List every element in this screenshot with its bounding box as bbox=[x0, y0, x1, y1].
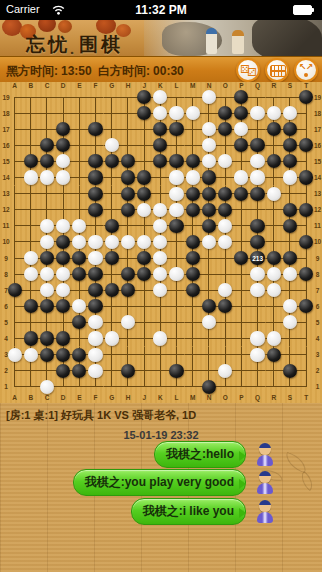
board-cell-N19[interactable] bbox=[201, 89, 217, 105]
board-cell-A16[interactable] bbox=[7, 137, 23, 153]
board-cell-E11[interactable] bbox=[71, 218, 87, 234]
board-cell-P10[interactable] bbox=[233, 234, 249, 250]
board-cell-S17[interactable] bbox=[282, 121, 298, 137]
board-cell-C9[interactable] bbox=[39, 250, 55, 266]
board-cell-O8[interactable] bbox=[217, 266, 233, 282]
board-cell-R19[interactable] bbox=[266, 89, 282, 105]
board-cell-H19[interactable] bbox=[120, 89, 136, 105]
board-cell-M9[interactable] bbox=[185, 250, 201, 266]
board-cell-G2[interactable] bbox=[104, 363, 120, 379]
board-cell-D4[interactable] bbox=[55, 330, 71, 346]
board-cell-P6[interactable] bbox=[233, 298, 249, 314]
board-cell-E3[interactable] bbox=[71, 347, 87, 363]
board-cell-T1[interactable] bbox=[298, 379, 314, 395]
board-cell-K16[interactable] bbox=[152, 137, 168, 153]
board-cell-Q17[interactable] bbox=[249, 121, 265, 137]
board-cell-G11[interactable] bbox=[104, 218, 120, 234]
board-cell-S13[interactable] bbox=[282, 186, 298, 202]
board-cell-H18[interactable] bbox=[120, 105, 136, 121]
board-cell-F14[interactable] bbox=[87, 169, 103, 185]
board-cell-L15[interactable] bbox=[168, 153, 184, 169]
board-cell-Q4[interactable] bbox=[249, 330, 265, 346]
board-cell-N9[interactable] bbox=[201, 250, 217, 266]
board-cell-A1[interactable] bbox=[7, 379, 23, 395]
board-cell-B9[interactable] bbox=[23, 250, 39, 266]
board-cell-D19[interactable] bbox=[55, 89, 71, 105]
board-cell-M7[interactable] bbox=[185, 282, 201, 298]
board-cell-S6[interactable] bbox=[282, 298, 298, 314]
board-cell-R13[interactable] bbox=[266, 186, 282, 202]
board-cell-B13[interactable] bbox=[23, 186, 39, 202]
board-cell-Q7[interactable] bbox=[249, 282, 265, 298]
board-cell-C11[interactable] bbox=[39, 218, 55, 234]
board-cell-H10[interactable] bbox=[120, 234, 136, 250]
board-cell-L9[interactable] bbox=[168, 250, 184, 266]
board-cell-J19[interactable] bbox=[136, 89, 152, 105]
board-cell-T12[interactable] bbox=[298, 202, 314, 218]
board-cell-N17[interactable] bbox=[201, 121, 217, 137]
board-cell-E18[interactable] bbox=[71, 105, 87, 121]
board-cell-E17[interactable] bbox=[71, 121, 87, 137]
board-cell-F6[interactable] bbox=[87, 298, 103, 314]
dice-button[interactable]: ⚄ ⚂ bbox=[236, 58, 260, 82]
board-cell-T8[interactable] bbox=[298, 266, 314, 282]
board-cell-H12[interactable] bbox=[120, 202, 136, 218]
board-cell-G12[interactable] bbox=[104, 202, 120, 218]
board-cell-J7[interactable] bbox=[136, 282, 152, 298]
board-cell-O16[interactable] bbox=[217, 137, 233, 153]
board-cell-M6[interactable] bbox=[185, 298, 201, 314]
board-cell-K19[interactable] bbox=[152, 89, 168, 105]
board-cell-T2[interactable] bbox=[298, 363, 314, 379]
board-cell-E19[interactable] bbox=[71, 89, 87, 105]
board-cell-O10[interactable] bbox=[217, 234, 233, 250]
board-cell-O2[interactable] bbox=[217, 363, 233, 379]
board-cell-L16[interactable] bbox=[168, 137, 184, 153]
board-cell-N7[interactable] bbox=[201, 282, 217, 298]
board-cell-A6[interactable] bbox=[7, 298, 23, 314]
board-cell-B16[interactable] bbox=[23, 137, 39, 153]
board-cell-E2[interactable] bbox=[71, 363, 87, 379]
board-cell-N10[interactable] bbox=[201, 234, 217, 250]
board-cell-N2[interactable] bbox=[201, 363, 217, 379]
board-cell-B7[interactable] bbox=[23, 282, 39, 298]
board-cell-L4[interactable] bbox=[168, 330, 184, 346]
board-cell-G3[interactable] bbox=[104, 347, 120, 363]
board-cell-D1[interactable] bbox=[55, 379, 71, 395]
board-cell-R2[interactable] bbox=[266, 363, 282, 379]
board-cell-J1[interactable] bbox=[136, 379, 152, 395]
board-cell-B17[interactable] bbox=[23, 121, 39, 137]
board-cell-T3[interactable] bbox=[298, 347, 314, 363]
board-cell-R4[interactable] bbox=[266, 330, 282, 346]
board-cell-S1[interactable] bbox=[282, 379, 298, 395]
board-cell-S14[interactable] bbox=[282, 169, 298, 185]
board-cell-A11[interactable] bbox=[7, 218, 23, 234]
board-cell-S8[interactable] bbox=[282, 266, 298, 282]
board-cell-O1[interactable] bbox=[217, 379, 233, 395]
board-cell-T17[interactable] bbox=[298, 121, 314, 137]
board-cell-E14[interactable] bbox=[71, 169, 87, 185]
board-cell-S9[interactable] bbox=[282, 250, 298, 266]
board-cell-N11[interactable] bbox=[201, 218, 217, 234]
board-cell-G4[interactable] bbox=[104, 330, 120, 346]
board-cell-N1[interactable] bbox=[201, 379, 217, 395]
board-cell-P14[interactable] bbox=[233, 169, 249, 185]
board-cell-B1[interactable] bbox=[23, 379, 39, 395]
board-cell-C13[interactable] bbox=[39, 186, 55, 202]
board-cell-C19[interactable] bbox=[39, 89, 55, 105]
split-arrows-button[interactable]: ↖ ↗ bbox=[294, 58, 318, 82]
board-cell-N15[interactable] bbox=[201, 153, 217, 169]
board-cell-L14[interactable] bbox=[168, 169, 184, 185]
board-cell-R3[interactable] bbox=[266, 347, 282, 363]
board-cell-P4[interactable] bbox=[233, 330, 249, 346]
board-cell-O4[interactable] bbox=[217, 330, 233, 346]
board-cell-M8[interactable] bbox=[185, 266, 201, 282]
board-cell-F8[interactable] bbox=[87, 266, 103, 282]
board-cell-M13[interactable] bbox=[185, 186, 201, 202]
board-cell-H8[interactable] bbox=[120, 266, 136, 282]
board-cell-B6[interactable] bbox=[23, 298, 39, 314]
board-cell-O6[interactable] bbox=[217, 298, 233, 314]
board-cell-R6[interactable] bbox=[266, 298, 282, 314]
board-cell-A18[interactable] bbox=[7, 105, 23, 121]
board-cell-Q9[interactable]: 213 bbox=[249, 250, 265, 266]
board-cell-Q11[interactable] bbox=[249, 218, 265, 234]
board-cell-A8[interactable] bbox=[7, 266, 23, 282]
board-cell-F11[interactable] bbox=[87, 218, 103, 234]
board-cell-C14[interactable] bbox=[39, 169, 55, 185]
board-cell-E4[interactable] bbox=[71, 330, 87, 346]
board-cell-O12[interactable] bbox=[217, 202, 233, 218]
board-cell-J18[interactable] bbox=[136, 105, 152, 121]
board-cell-R1[interactable] bbox=[266, 379, 282, 395]
board-cell-L11[interactable] bbox=[168, 218, 184, 234]
board-cell-D11[interactable] bbox=[55, 218, 71, 234]
board-cell-K5[interactable] bbox=[152, 314, 168, 330]
board-cell-Q2[interactable] bbox=[249, 363, 265, 379]
board-cell-F9[interactable] bbox=[87, 250, 103, 266]
board-cell-G8[interactable] bbox=[104, 266, 120, 282]
board-cell-E15[interactable] bbox=[71, 153, 87, 169]
board-cell-O9[interactable] bbox=[217, 250, 233, 266]
board-cell-K8[interactable] bbox=[152, 266, 168, 282]
board-cell-J13[interactable] bbox=[136, 186, 152, 202]
board-cell-H7[interactable] bbox=[120, 282, 136, 298]
board-cell-D9[interactable] bbox=[55, 250, 71, 266]
board-cell-R9[interactable] bbox=[266, 250, 282, 266]
board-cell-F3[interactable] bbox=[87, 347, 103, 363]
board-cell-G19[interactable] bbox=[104, 89, 120, 105]
board-cell-K2[interactable] bbox=[152, 363, 168, 379]
board-cell-N12[interactable] bbox=[201, 202, 217, 218]
board-cell-T19[interactable] bbox=[298, 89, 314, 105]
board-cell-J14[interactable] bbox=[136, 169, 152, 185]
board-cell-O7[interactable] bbox=[217, 282, 233, 298]
board-cell-P16[interactable] bbox=[233, 137, 249, 153]
board-cell-F15[interactable] bbox=[87, 153, 103, 169]
board-cell-K10[interactable] bbox=[152, 234, 168, 250]
board-cell-N5[interactable] bbox=[201, 314, 217, 330]
board-cell-G14[interactable] bbox=[104, 169, 120, 185]
board-cell-S3[interactable] bbox=[282, 347, 298, 363]
board-cell-L8[interactable] bbox=[168, 266, 184, 282]
board-cell-S15[interactable] bbox=[282, 153, 298, 169]
board-cell-K12[interactable] bbox=[152, 202, 168, 218]
board-cell-T5[interactable] bbox=[298, 314, 314, 330]
board-cell-C5[interactable] bbox=[39, 314, 55, 330]
board-cell-S12[interactable] bbox=[282, 202, 298, 218]
board-cell-R14[interactable] bbox=[266, 169, 282, 185]
board-cell-H3[interactable] bbox=[120, 347, 136, 363]
board-cell-K9[interactable] bbox=[152, 250, 168, 266]
board-cell-M19[interactable] bbox=[185, 89, 201, 105]
board-cell-O14[interactable] bbox=[217, 169, 233, 185]
board-cell-F17[interactable] bbox=[87, 121, 103, 137]
board-cell-P3[interactable] bbox=[233, 347, 249, 363]
board-cell-O11[interactable] bbox=[217, 218, 233, 234]
board-cell-B2[interactable] bbox=[23, 363, 39, 379]
board-cell-C6[interactable] bbox=[39, 298, 55, 314]
board-cell-E16[interactable] bbox=[71, 137, 87, 153]
board-cell-E1[interactable] bbox=[71, 379, 87, 395]
board-cell-R7[interactable] bbox=[266, 282, 282, 298]
board-cell-A14[interactable] bbox=[7, 169, 23, 185]
board-cell-P8[interactable] bbox=[233, 266, 249, 282]
board-cell-A2[interactable] bbox=[7, 363, 23, 379]
board-cell-P18[interactable] bbox=[233, 105, 249, 121]
board-cell-L18[interactable] bbox=[168, 105, 184, 121]
board-cell-D14[interactable] bbox=[55, 169, 71, 185]
board-cell-L3[interactable] bbox=[168, 347, 184, 363]
board-cell-C12[interactable] bbox=[39, 202, 55, 218]
board-cell-K6[interactable] bbox=[152, 298, 168, 314]
board-cell-M18[interactable] bbox=[185, 105, 201, 121]
board-cell-B10[interactable] bbox=[23, 234, 39, 250]
board-cell-F7[interactable] bbox=[87, 282, 103, 298]
board-cell-D2[interactable] bbox=[55, 363, 71, 379]
board-cell-M4[interactable] bbox=[185, 330, 201, 346]
board-cell-D17[interactable] bbox=[55, 121, 71, 137]
board-cell-R17[interactable] bbox=[266, 121, 282, 137]
board-cell-C8[interactable] bbox=[39, 266, 55, 282]
board-cell-F5[interactable] bbox=[87, 314, 103, 330]
board-cell-H16[interactable] bbox=[120, 137, 136, 153]
board-cell-Q19[interactable] bbox=[249, 89, 265, 105]
board-cell-L19[interactable] bbox=[168, 89, 184, 105]
board-cell-F1[interactable] bbox=[87, 379, 103, 395]
board-cell-H13[interactable] bbox=[120, 186, 136, 202]
board-cell-T18[interactable] bbox=[298, 105, 314, 121]
board-cell-J4[interactable] bbox=[136, 330, 152, 346]
board-cell-J10[interactable] bbox=[136, 234, 152, 250]
board-cell-Q14[interactable] bbox=[249, 169, 265, 185]
board-cell-C1[interactable] bbox=[39, 379, 55, 395]
board-cell-S11[interactable] bbox=[282, 218, 298, 234]
board-cell-M12[interactable] bbox=[185, 202, 201, 218]
board-cell-R12[interactable] bbox=[266, 202, 282, 218]
board-cell-T6[interactable] bbox=[298, 298, 314, 314]
board-cell-D10[interactable] bbox=[55, 234, 71, 250]
board-cell-O13[interactable] bbox=[217, 186, 233, 202]
board-cell-L10[interactable] bbox=[168, 234, 184, 250]
board-cell-H1[interactable] bbox=[120, 379, 136, 395]
board-cell-P2[interactable] bbox=[233, 363, 249, 379]
board-cell-L5[interactable] bbox=[168, 314, 184, 330]
board-cell-D15[interactable] bbox=[55, 153, 71, 169]
board-cell-C17[interactable] bbox=[39, 121, 55, 137]
board-cell-H15[interactable] bbox=[120, 153, 136, 169]
board-cell-H9[interactable] bbox=[120, 250, 136, 266]
board-cell-R11[interactable] bbox=[266, 218, 282, 234]
board-cell-B12[interactable] bbox=[23, 202, 39, 218]
board-cell-T14[interactable] bbox=[298, 169, 314, 185]
board-cell-M3[interactable] bbox=[185, 347, 201, 363]
board-cell-G18[interactable] bbox=[104, 105, 120, 121]
board-cell-J5[interactable] bbox=[136, 314, 152, 330]
board-cell-J6[interactable] bbox=[136, 298, 152, 314]
board-cell-A3[interactable] bbox=[7, 347, 23, 363]
board-cell-K11[interactable] bbox=[152, 218, 168, 234]
board-cell-G16[interactable] bbox=[104, 137, 120, 153]
board-cell-N14[interactable] bbox=[201, 169, 217, 185]
board-cell-B8[interactable] bbox=[23, 266, 39, 282]
board-cell-E12[interactable] bbox=[71, 202, 87, 218]
board-cell-D12[interactable] bbox=[55, 202, 71, 218]
board-cell-J16[interactable] bbox=[136, 137, 152, 153]
board-cell-L7[interactable] bbox=[168, 282, 184, 298]
board-cell-J15[interactable] bbox=[136, 153, 152, 169]
board-cell-G10[interactable] bbox=[104, 234, 120, 250]
board-cell-O5[interactable] bbox=[217, 314, 233, 330]
board-cell-K1[interactable] bbox=[152, 379, 168, 395]
board-cell-B19[interactable] bbox=[23, 89, 39, 105]
board-cell-S4[interactable] bbox=[282, 330, 298, 346]
board-cell-P17[interactable] bbox=[233, 121, 249, 137]
board-cell-C2[interactable] bbox=[39, 363, 55, 379]
board-cell-F2[interactable] bbox=[87, 363, 103, 379]
board-cell-J17[interactable] bbox=[136, 121, 152, 137]
board-cell-D6[interactable] bbox=[55, 298, 71, 314]
board-cell-K18[interactable] bbox=[152, 105, 168, 121]
board-cell-Q15[interactable] bbox=[249, 153, 265, 169]
board-cell-J2[interactable] bbox=[136, 363, 152, 379]
board-cell-S18[interactable] bbox=[282, 105, 298, 121]
board-cell-Q1[interactable] bbox=[249, 379, 265, 395]
board-cell-B3[interactable] bbox=[23, 347, 39, 363]
board-cell-Q12[interactable] bbox=[249, 202, 265, 218]
board-cell-A10[interactable] bbox=[7, 234, 23, 250]
board-cell-S19[interactable] bbox=[282, 89, 298, 105]
board-cell-K14[interactable] bbox=[152, 169, 168, 185]
board-cell-F4[interactable] bbox=[87, 330, 103, 346]
board-cell-R16[interactable] bbox=[266, 137, 282, 153]
board-cell-G7[interactable] bbox=[104, 282, 120, 298]
board-cell-G1[interactable] bbox=[104, 379, 120, 395]
board-cell-L17[interactable] bbox=[168, 121, 184, 137]
board-cell-C4[interactable] bbox=[39, 330, 55, 346]
board-cell-K17[interactable] bbox=[152, 121, 168, 137]
board-cell-H4[interactable] bbox=[120, 330, 136, 346]
board-cell-F10[interactable] bbox=[87, 234, 103, 250]
board-cell-Q6[interactable] bbox=[249, 298, 265, 314]
board-cell-B11[interactable] bbox=[23, 218, 39, 234]
board-cell-C15[interactable] bbox=[39, 153, 55, 169]
board-cell-M11[interactable] bbox=[185, 218, 201, 234]
board-cell-H11[interactable] bbox=[120, 218, 136, 234]
board-cell-E10[interactable] bbox=[71, 234, 87, 250]
board-cell-G17[interactable] bbox=[104, 121, 120, 137]
board-cell-F19[interactable] bbox=[87, 89, 103, 105]
board-cell-L13[interactable] bbox=[168, 186, 184, 202]
board-cell-S7[interactable] bbox=[282, 282, 298, 298]
board-cell-N3[interactable] bbox=[201, 347, 217, 363]
board-cell-K13[interactable] bbox=[152, 186, 168, 202]
board-cell-A9[interactable] bbox=[7, 250, 23, 266]
board-cell-Q10[interactable] bbox=[249, 234, 265, 250]
board-cell-N4[interactable] bbox=[201, 330, 217, 346]
board-cell-T13[interactable] bbox=[298, 186, 314, 202]
board-cell-N6[interactable] bbox=[201, 298, 217, 314]
board-cell-E5[interactable] bbox=[71, 314, 87, 330]
board-cell-N18[interactable] bbox=[201, 105, 217, 121]
board-cell-O18[interactable] bbox=[217, 105, 233, 121]
board-cell-P11[interactable] bbox=[233, 218, 249, 234]
board-cell-H6[interactable] bbox=[120, 298, 136, 314]
board-cell-N16[interactable] bbox=[201, 137, 217, 153]
board-cell-Q18[interactable] bbox=[249, 105, 265, 121]
board-cell-S5[interactable] bbox=[282, 314, 298, 330]
board-cell-T9[interactable] bbox=[298, 250, 314, 266]
board-cell-R10[interactable] bbox=[266, 234, 282, 250]
board-cell-P9[interactable] bbox=[233, 250, 249, 266]
board-cell-K4[interactable] bbox=[152, 330, 168, 346]
board-cell-O15[interactable] bbox=[217, 153, 233, 169]
board-cell-G15[interactable] bbox=[104, 153, 120, 169]
board-cell-F16[interactable] bbox=[87, 137, 103, 153]
board-cell-D8[interactable] bbox=[55, 266, 71, 282]
board-cell-C18[interactable] bbox=[39, 105, 55, 121]
board-cell-T10[interactable] bbox=[298, 234, 314, 250]
board-cell-M5[interactable] bbox=[185, 314, 201, 330]
board-cell-M16[interactable] bbox=[185, 137, 201, 153]
board-cell-K15[interactable] bbox=[152, 153, 168, 169]
board-cell-D13[interactable] bbox=[55, 186, 71, 202]
board-cell-T16[interactable] bbox=[298, 137, 314, 153]
board-cell-Q3[interactable] bbox=[249, 347, 265, 363]
board-cell-A7[interactable] bbox=[7, 282, 23, 298]
board-cell-H17[interactable] bbox=[120, 121, 136, 137]
board-cell-N13[interactable] bbox=[201, 186, 217, 202]
board-cell-M2[interactable] bbox=[185, 363, 201, 379]
board-cell-T4[interactable] bbox=[298, 330, 314, 346]
board-cell-F18[interactable] bbox=[87, 105, 103, 121]
board-cell-J8[interactable] bbox=[136, 266, 152, 282]
board-cell-A17[interactable] bbox=[7, 121, 23, 137]
board-cell-B14[interactable] bbox=[23, 169, 39, 185]
board-cell-B15[interactable] bbox=[23, 153, 39, 169]
board-cell-T11[interactable] bbox=[298, 218, 314, 234]
board-cell-G13[interactable] bbox=[104, 186, 120, 202]
board-cell-T7[interactable] bbox=[298, 282, 314, 298]
board-cell-J11[interactable] bbox=[136, 218, 152, 234]
board-cell-E13[interactable] bbox=[71, 186, 87, 202]
board-cell-M15[interactable] bbox=[185, 153, 201, 169]
board-cell-T15[interactable] bbox=[298, 153, 314, 169]
board-cell-J9[interactable] bbox=[136, 250, 152, 266]
board-cell-J3[interactable] bbox=[136, 347, 152, 363]
